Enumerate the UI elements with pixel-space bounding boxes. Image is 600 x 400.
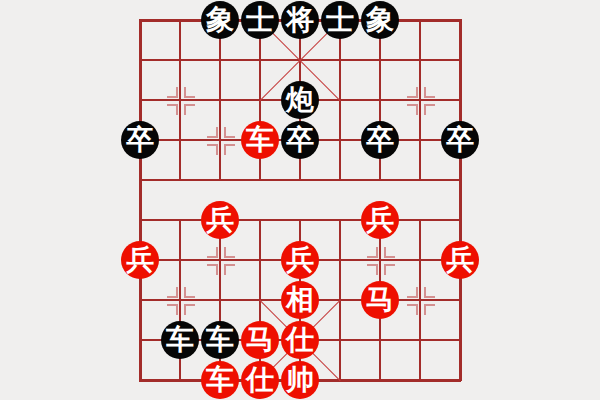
piece-black-advisor[interactable]: 士 [321, 1, 359, 39]
piece-red-advisor[interactable]: 仕 [281, 321, 319, 359]
piece-red-chariot[interactable]: 车 [241, 121, 279, 159]
piece-black-chariot[interactable]: 车 [201, 321, 239, 359]
position-marker [384, 247, 395, 258]
position-marker [167, 304, 178, 315]
position-marker [424, 87, 435, 98]
piece-black-soldier[interactable]: 卒 [121, 121, 159, 159]
piece-red-soldier[interactable]: 兵 [121, 241, 159, 279]
piece-red-advisor[interactable]: 仕 [241, 361, 279, 399]
position-marker [167, 104, 178, 115]
position-marker [424, 304, 435, 315]
piece-red-soldier[interactable]: 兵 [201, 201, 239, 239]
position-marker [424, 104, 435, 115]
piece-red-general[interactable]: 帅 [281, 361, 319, 399]
board-grid-line [419, 219, 421, 381]
position-marker [184, 287, 195, 298]
board-grid-line [219, 19, 221, 181]
piece-red-horse[interactable]: 马 [361, 281, 399, 319]
piece-black-cannon[interactable]: 炮 [281, 81, 319, 119]
position-marker [167, 287, 178, 298]
position-marker [367, 264, 378, 275]
position-marker [207, 264, 218, 275]
piece-black-elephant[interactable]: 象 [201, 1, 239, 39]
piece-red-horse[interactable]: 马 [241, 321, 279, 359]
piece-red-chariot[interactable]: 车 [201, 361, 239, 399]
piece-black-soldier[interactable]: 卒 [441, 121, 479, 159]
piece-black-soldier[interactable]: 卒 [281, 121, 319, 159]
position-marker [224, 247, 235, 258]
piece-black-advisor[interactable]: 士 [241, 1, 279, 39]
position-marker [207, 247, 218, 258]
piece-red-soldier[interactable]: 兵 [281, 241, 319, 279]
position-marker [184, 104, 195, 115]
position-marker [207, 127, 218, 138]
xiangqi-app-screen: 象士将士象炮卒车卒卒卒兵兵兵兵兵相马车车马仕车仕帅 [0, 0, 600, 400]
position-marker [224, 264, 235, 275]
piece-red-elephant[interactable]: 相 [281, 281, 319, 319]
position-marker [224, 144, 235, 155]
piece-red-soldier[interactable]: 兵 [361, 201, 399, 239]
board-grid-line [459, 19, 462, 381]
position-marker [184, 87, 195, 98]
position-marker [384, 264, 395, 275]
position-marker [424, 287, 435, 298]
position-marker [224, 127, 235, 138]
position-marker [167, 87, 178, 98]
position-marker [407, 104, 418, 115]
piece-black-chariot[interactable]: 车 [161, 321, 199, 359]
piece-black-general[interactable]: 将 [281, 1, 319, 39]
position-marker [407, 87, 418, 98]
piece-red-soldier[interactable]: 兵 [441, 241, 479, 279]
position-marker [184, 304, 195, 315]
piece-black-elephant[interactable]: 象 [361, 1, 399, 39]
position-marker [367, 247, 378, 258]
position-marker [207, 144, 218, 155]
board-grid-line [139, 19, 142, 381]
position-marker [407, 287, 418, 298]
position-marker [407, 304, 418, 315]
piece-black-soldier[interactable]: 卒 [361, 121, 399, 159]
board-grid-line [419, 19, 421, 181]
board-grid-line [179, 19, 181, 181]
